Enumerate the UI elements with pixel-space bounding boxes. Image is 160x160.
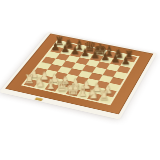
square-c2 [49,77,64,85]
square-b3 [43,70,57,78]
square-h3 [106,83,120,91]
square-c1 [45,83,60,91]
square-g5 [103,69,117,77]
playing-field [21,40,139,105]
square-h4 [110,77,124,85]
square-g4 [99,75,113,83]
chess-set-product-photo: ♜♞♝♛♚♝♞♜♟♟♟♟♟♟♟♟♟♟♟♟♟♟♟♟♜♞♝♛♚♝♞♜ [0,0,160,160]
square-g2 [91,87,106,95]
square-h1 [98,95,113,104]
square-b2 [39,75,54,83]
square-f4 [89,73,103,81]
square-e2 [70,82,85,90]
square-f1 [76,90,91,99]
square-d3 [64,74,78,82]
square-d2 [59,80,74,88]
square-d1 [55,86,70,94]
square-a1 [24,79,39,87]
square-e1 [66,88,81,96]
chess-board: ♜♞♝♛♚♝♞♜♟♟♟♟♟♟♟♟♟♟♟♟♟♟♟♟♜♞♝♛♚♝♞♜ [0,32,157,119]
clasp-latch-icon [34,97,42,101]
squares-grid [24,41,137,103]
square-e3 [74,76,88,84]
square-h2 [102,89,117,97]
square-b1 [34,81,49,89]
square-h5 [113,71,127,79]
board-frame [5,33,153,114]
square-f2 [81,84,96,92]
square-g3 [95,81,109,89]
square-h6 [117,66,131,74]
square-c3 [53,72,67,80]
square-f3 [85,78,99,86]
square-e4 [78,70,92,78]
square-d4 [68,68,82,76]
square-g1 [87,93,102,102]
square-a2 [28,73,43,81]
